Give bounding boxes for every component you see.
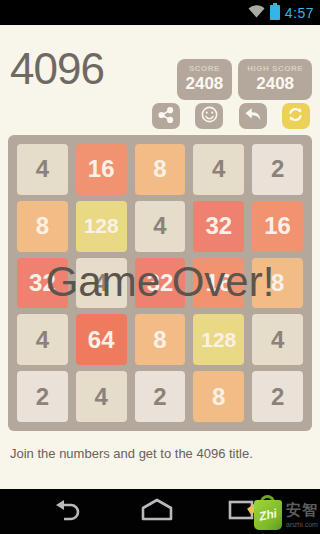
high-score-value: 2408 (247, 74, 303, 94)
navigation-bar: Zhi 安智 anzhi.com (0, 489, 320, 534)
tile-r5c5: 2 (252, 371, 303, 422)
bag-text: Zhi (258, 506, 279, 523)
tile-r2c2: 128 (76, 201, 127, 252)
score-value: 2408 (186, 74, 224, 94)
high-score-box: HIGH SCORE 2408 (238, 59, 312, 100)
score-panel: SCORE 2408 HIGH SCORE 2408 (177, 59, 313, 100)
score-box: SCORE 2408 (177, 59, 233, 100)
tile-r1c4: 4 (193, 144, 244, 195)
tile-r2c3: 4 (135, 201, 186, 252)
share-button[interactable] (152, 103, 180, 129)
share-icon (157, 106, 175, 127)
game-board[interactable]: 4 16 8 4 2 8 128 4 32 16 32 4 32 16 8 4 … (8, 135, 312, 431)
emoji-icon (200, 105, 219, 127)
status-bar: 4:57 (0, 0, 320, 25)
tile-r4c4: 128 (193, 314, 244, 365)
refresh-icon (286, 105, 305, 127)
tile-r1c1: 4 (17, 144, 68, 195)
tile-r4c3: 8 (135, 314, 186, 365)
score-label: SCORE (186, 64, 224, 73)
battery-icon (270, 5, 280, 20)
restart-button[interactable] (282, 103, 310, 129)
tile-r3c3: 32 (135, 258, 186, 309)
undo-button[interactable] (239, 103, 267, 129)
tile-r1c3: 8 (135, 144, 186, 195)
tile-r3c2: 4 (76, 258, 127, 309)
watermark-name: 安智 (286, 501, 318, 520)
tile-r3c1: 32 (17, 258, 68, 309)
anzhi-watermark: Zhi 安智 anzhi.com (240, 490, 318, 532)
tile-r5c2: 4 (76, 371, 127, 422)
tile-r4c5: 4 (252, 314, 303, 365)
tile-r1c2: 16 (76, 144, 127, 195)
tile-r4c1: 4 (17, 314, 68, 365)
tile-r5c1: 2 (17, 371, 68, 422)
back-button[interactable] (52, 499, 82, 525)
tile-r4c2: 64 (76, 314, 127, 365)
watermark-site: anzhi.com (286, 521, 318, 528)
watermark-text: 安智 anzhi.com (286, 501, 318, 528)
shopping-bag-icon: Zhi (254, 500, 282, 530)
tile-r1c5: 2 (252, 144, 303, 195)
tile-r2c5: 16 (252, 201, 303, 252)
tile-r5c3: 2 (135, 371, 186, 422)
undo-icon (243, 105, 262, 127)
tile-r2c1: 8 (17, 201, 68, 252)
wifi-icon (248, 4, 265, 22)
tile-r5c4: 8 (193, 371, 244, 422)
tile-r3c4: 16 (193, 258, 244, 309)
page-title: 4096 (10, 44, 104, 94)
home-button[interactable] (140, 498, 174, 526)
high-score-label: HIGH SCORE (247, 64, 303, 73)
tile-r3c5: 8 (252, 258, 303, 309)
emoji-button[interactable] (195, 103, 223, 129)
toolbar (152, 103, 310, 129)
tile-r2c4: 32 (193, 201, 244, 252)
instruction-text: Join the numbers and get to the 4096 tit… (10, 446, 253, 461)
app-screen: 4:57 4096 SCORE 2408 HIGH SCORE 2408 (0, 0, 320, 534)
status-clock: 4:57 (285, 5, 314, 21)
